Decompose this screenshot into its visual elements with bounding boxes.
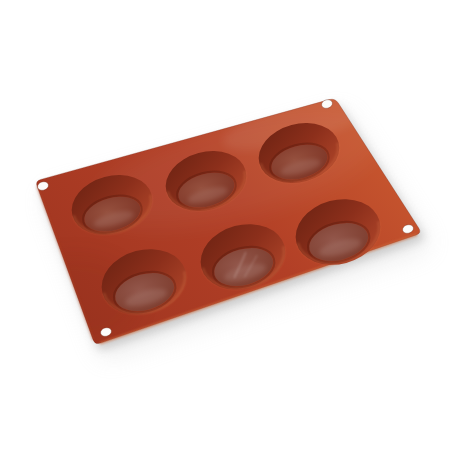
product-photo	[0, 0, 450, 450]
silicone-mould-scene	[0, 0, 450, 450]
